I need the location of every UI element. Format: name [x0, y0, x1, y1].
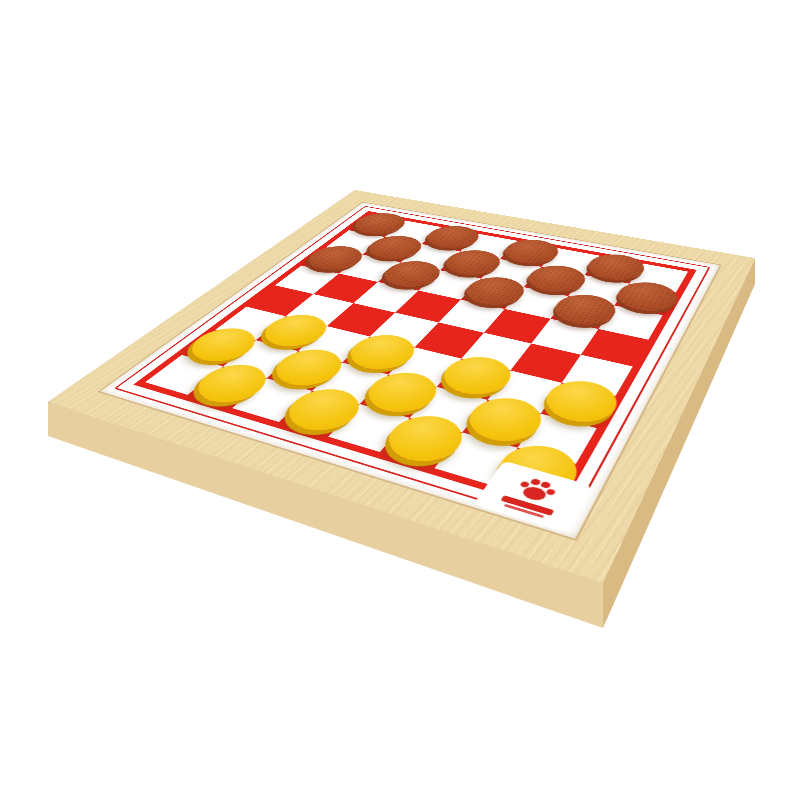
- brown-checker-piece[interactable]: [375, 257, 449, 291]
- brown-checker-piece[interactable]: [546, 290, 623, 329]
- yellow-checker-piece[interactable]: [356, 367, 448, 419]
- product-photo-scene: [0, 0, 799, 799]
- yellow-checker-piece[interactable]: [458, 392, 552, 449]
- brown-checker-piece[interactable]: [520, 262, 593, 297]
- brown-checker-piece[interactable]: [437, 246, 509, 278]
- yellow-checker-piece[interactable]: [263, 344, 353, 391]
- yellow-checker-piece[interactable]: [432, 351, 520, 400]
- brown-checker-piece[interactable]: [457, 273, 532, 309]
- brown-checker-piece[interactable]: [359, 232, 430, 262]
- yellow-checker-piece[interactable]: [179, 323, 268, 367]
- yellow-checker-piece[interactable]: [253, 310, 338, 352]
- yellow-checker-piece[interactable]: [338, 330, 425, 375]
